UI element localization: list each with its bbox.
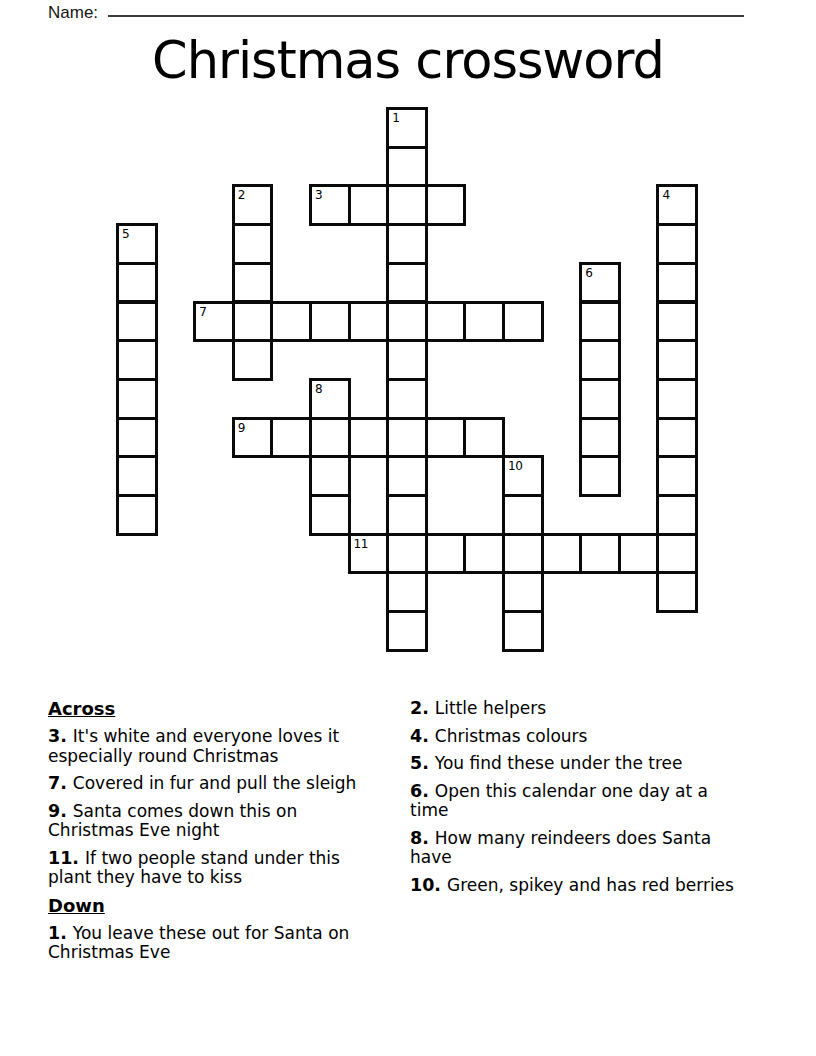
- grid-cell-r10c0[interactable]: [116, 494, 158, 536]
- grid-number-4: 4: [662, 189, 669, 201]
- grid-number-10: 10: [508, 460, 522, 472]
- grid-cell-r8c9[interactable]: [463, 417, 505, 459]
- clue-number: 2.: [410, 698, 429, 718]
- clue-number: 9.: [48, 801, 67, 821]
- grid-number-8: 8: [315, 383, 322, 395]
- clue-number: 10.: [410, 875, 441, 895]
- grid-cell-r13c7[interactable]: [386, 610, 428, 652]
- grid-cell-r11c12[interactable]: [579, 533, 621, 575]
- grid-cell-r8c7[interactable]: [386, 417, 428, 459]
- clue-6: 6.Open this calendar one day at a time: [410, 782, 802, 821]
- clue-3: 3.It's white and everyone loves it espec…: [48, 727, 406, 766]
- grid-cell-r8c5[interactable]: [309, 417, 351, 459]
- clue-text: It's white and everyone loves it especia…: [48, 726, 339, 766]
- grid-cell-r4c14[interactable]: [656, 262, 698, 304]
- grid-cell-r8c6[interactable]: [348, 417, 390, 459]
- grid-cell-r3c14[interactable]: [656, 223, 698, 265]
- grid-cell-r5c14[interactable]: [656, 301, 698, 343]
- grid-cell-r5c7[interactable]: [386, 301, 428, 343]
- grid-cell-r8c3[interactable]: 9: [232, 417, 274, 459]
- grid-cell-r12c14[interactable]: [656, 571, 698, 613]
- grid-cell-r10c14[interactable]: [656, 494, 698, 536]
- grid-cell-r9c5[interactable]: [309, 455, 351, 497]
- grid-cell-r4c7[interactable]: [386, 262, 428, 304]
- grid-cell-r6c3[interactable]: [232, 339, 274, 381]
- grid-cell-r11c14[interactable]: [656, 533, 698, 575]
- grid-cell-r5c3[interactable]: [232, 301, 274, 343]
- grid-cell-r2c6[interactable]: [348, 184, 390, 226]
- grid-number-6: 6: [585, 267, 592, 279]
- clue-number: 7.: [48, 773, 67, 793]
- grid-cell-r11c6[interactable]: 11: [348, 533, 390, 575]
- grid-cell-r2c8[interactable]: [425, 184, 467, 226]
- grid-number-5: 5: [122, 228, 129, 240]
- grid-cell-r10c7[interactable]: [386, 494, 428, 536]
- clue-number: 5.: [410, 753, 429, 773]
- clue-number: 3.: [48, 726, 67, 746]
- grid-cell-r8c12[interactable]: [579, 417, 621, 459]
- grid-cell-r2c5[interactable]: 3: [309, 184, 351, 226]
- grid-cell-r6c12[interactable]: [579, 339, 621, 381]
- grid-cell-r2c14[interactable]: 4: [656, 184, 698, 226]
- page-title: Christmas crossword: [0, 30, 816, 91]
- grid-cell-r5c5[interactable]: [309, 301, 351, 343]
- grid-cell-r5c8[interactable]: [425, 301, 467, 343]
- grid-number-9: 9: [238, 422, 245, 434]
- grid-number-3: 3: [315, 189, 322, 201]
- grid-cell-r6c0[interactable]: [116, 339, 158, 381]
- grid-cell-r10c5[interactable]: [309, 494, 351, 536]
- clue-7: 7.Covered in fur and pull the sleigh: [48, 774, 406, 794]
- crossword-grid: 1234567891011: [116, 107, 699, 653]
- grid-cell-r9c7[interactable]: [386, 455, 428, 497]
- grid-cell-r3c0[interactable]: 5: [116, 223, 158, 265]
- grid-cell-r4c3[interactable]: [232, 262, 274, 304]
- grid-cell-r8c8[interactable]: [425, 417, 467, 459]
- clue-text: Santa comes down this on Christmas Eve n…: [48, 801, 297, 841]
- name-row: Name:: [48, 3, 744, 23]
- grid-cell-r5c4[interactable]: [270, 301, 312, 343]
- grid-cell-r10c10[interactable]: [502, 494, 544, 536]
- clue-number: 1.: [48, 923, 67, 943]
- grid-cell-r7c12[interactable]: [579, 378, 621, 420]
- grid-cell-r9c14[interactable]: [656, 455, 698, 497]
- grid-cell-r7c5[interactable]: 8: [309, 378, 351, 420]
- grid-cell-r4c12[interactable]: 6: [579, 262, 621, 304]
- grid-cell-r5c6[interactable]: [348, 301, 390, 343]
- clue-text: Little helpers: [435, 698, 546, 718]
- grid-cell-r8c4[interactable]: [270, 417, 312, 459]
- grid-cell-r11c9[interactable]: [463, 533, 505, 575]
- clue-4: 4.Christmas colours: [410, 727, 802, 747]
- grid-cell-r4c0[interactable]: [116, 262, 158, 304]
- clue-text: Green, spikey and has red berries: [447, 875, 734, 895]
- grid-number-7: 7: [199, 306, 206, 318]
- grid-cell-r5c10[interactable]: [502, 301, 544, 343]
- clue-text: Christmas colours: [435, 726, 588, 746]
- grid-cell-r6c14[interactable]: [656, 339, 698, 381]
- name-input-line[interactable]: [108, 3, 744, 17]
- grid-cell-r5c9[interactable]: [463, 301, 505, 343]
- grid-cell-r5c2[interactable]: 7: [193, 301, 235, 343]
- grid-cell-r11c13[interactable]: [618, 533, 660, 575]
- grid-cell-r3c3[interactable]: [232, 223, 274, 265]
- grid-cell-r1c7[interactable]: [386, 146, 428, 188]
- clues-column-left: Across3.It's white and everyone loves it…: [48, 699, 406, 963]
- clue-number: 6.: [410, 781, 429, 801]
- clue-text: You find these under the tree: [435, 753, 683, 773]
- grid-cell-r11c7[interactable]: [386, 533, 428, 575]
- grid-cell-r11c8[interactable]: [425, 533, 467, 575]
- clue-text: If two people stand under this plant the…: [48, 848, 340, 888]
- grid-cell-r9c12[interactable]: [579, 455, 621, 497]
- clue-2: 2.Little helpers: [410, 699, 802, 719]
- grid-cell-r7c7[interactable]: [386, 378, 428, 420]
- grid-number-11: 11: [354, 538, 368, 550]
- grid-cell-r5c12[interactable]: [579, 301, 621, 343]
- clue-8: 8.How many reindeers does Santa have: [410, 829, 802, 868]
- clues-header-across: Across: [48, 699, 406, 719]
- grid-cell-r8c14[interactable]: [656, 417, 698, 459]
- clues-header-down: Down: [48, 896, 406, 916]
- grid-cell-r6c7[interactable]: [386, 339, 428, 381]
- grid-cell-r2c7[interactable]: [386, 184, 428, 226]
- grid-cell-r11c10[interactable]: [502, 533, 544, 575]
- clue-10: 10.Green, spikey and has red berries: [410, 876, 802, 896]
- grid-cell-r11c11[interactable]: [541, 533, 583, 575]
- grid-cell-r12c10[interactable]: [502, 571, 544, 613]
- grid-cell-r3c7[interactable]: [386, 223, 428, 265]
- clue-number: 8.: [410, 828, 429, 848]
- grid-number-2: 2: [238, 189, 245, 201]
- grid-cell-r0c7[interactable]: 1: [386, 107, 428, 149]
- clue-11: 11.If two people stand under this plant …: [48, 849, 406, 888]
- grid-cell-r7c14[interactable]: [656, 378, 698, 420]
- grid-cell-r13c10[interactable]: [502, 610, 544, 652]
- clue-text: Open this calendar one day at a time: [410, 781, 708, 821]
- clue-5: 5.You find these under the tree: [410, 754, 802, 774]
- clue-text: How many reindeers does Santa have: [410, 828, 711, 868]
- clue-number: 11.: [48, 848, 79, 868]
- grid-cell-r7c0[interactable]: [116, 378, 158, 420]
- grid-cell-r5c0[interactable]: [116, 301, 158, 343]
- clue-text: You leave these out for Santa on Christm…: [48, 923, 349, 963]
- clues-column-right: 2.Little helpers4.Christmas colours5.You…: [410, 699, 802, 895]
- grid-cell-r9c10[interactable]: 10: [502, 455, 544, 497]
- grid-cell-r8c0[interactable]: [116, 417, 158, 459]
- grid-cell-r9c0[interactable]: [116, 455, 158, 497]
- grid-cell-r2c3[interactable]: 2: [232, 184, 274, 226]
- grid-cell-r12c7[interactable]: [386, 571, 428, 613]
- name-label: Name:: [48, 3, 98, 23]
- grid-number-1: 1: [392, 112, 399, 124]
- clue-1: 1.You leave these out for Santa on Chris…: [48, 924, 406, 963]
- clue-number: 4.: [410, 726, 429, 746]
- clue-9: 9.Santa comes down this on Christmas Eve…: [48, 802, 406, 841]
- clue-text: Covered in fur and pull the sleigh: [73, 773, 357, 793]
